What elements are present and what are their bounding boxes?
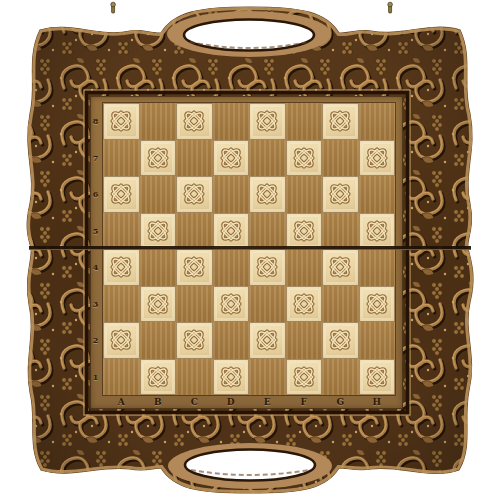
square-a7 [103, 140, 140, 177]
knot-icon [362, 289, 392, 319]
square-a1 [103, 359, 140, 396]
square-d3 [213, 286, 250, 323]
knot-icon [216, 289, 246, 319]
square-g7 [322, 140, 359, 177]
knot-icon [289, 362, 319, 392]
square-g3 [322, 286, 359, 323]
knot-icon [325, 325, 355, 355]
fold-seam [29, 246, 471, 250]
square-g8 [322, 103, 359, 140]
square-a3 [103, 286, 140, 323]
square-a2 [103, 322, 140, 359]
knot-icon [289, 216, 319, 246]
knot-icon [216, 362, 246, 392]
square-c1 [176, 359, 213, 396]
square-e7 [249, 140, 286, 177]
square-b3 [140, 286, 177, 323]
square-c8 [176, 103, 213, 140]
rank-label-5: 5 [89, 213, 102, 250]
square-g5 [322, 213, 359, 250]
knot-icon [325, 106, 355, 136]
square-e2 [249, 322, 286, 359]
square-h6 [359, 176, 396, 213]
knot-icon [143, 216, 173, 246]
square-h1 [359, 359, 396, 396]
knot-icon [216, 143, 246, 173]
square-b8 [140, 103, 177, 140]
square-h5 [359, 213, 396, 250]
square-c2 [176, 322, 213, 359]
square-b6 [140, 176, 177, 213]
file-label-d: D [213, 396, 250, 408]
board-case: 87654321ABCDEFGH [0, 0, 500, 500]
square-e3 [249, 286, 286, 323]
square-f4 [286, 249, 323, 286]
square-h2 [359, 322, 396, 359]
square-f2 [286, 322, 323, 359]
knot-icon [143, 289, 173, 319]
square-b1 [140, 359, 177, 396]
square-d7 [213, 140, 250, 177]
square-d4 [213, 249, 250, 286]
square-h4 [359, 249, 396, 286]
square-f6 [286, 176, 323, 213]
square-a8 [103, 103, 140, 140]
knot-icon [106, 325, 136, 355]
knot-icon [252, 106, 282, 136]
knot-icon [179, 252, 209, 282]
square-f5 [286, 213, 323, 250]
clasp-pin-right [388, 2, 393, 13]
knot-icon [325, 179, 355, 209]
knot-icon [179, 325, 209, 355]
square-g1 [322, 359, 359, 396]
rank-label-3: 3 [89, 286, 102, 323]
square-e8 [249, 103, 286, 140]
square-d6 [213, 176, 250, 213]
square-f7 [286, 140, 323, 177]
knot-icon [179, 106, 209, 136]
knot-icon [143, 143, 173, 173]
square-b4 [140, 249, 177, 286]
clasp-pin-left [111, 2, 116, 13]
square-e6 [249, 176, 286, 213]
knot-icon [289, 143, 319, 173]
square-b2 [140, 322, 177, 359]
knot-icon [362, 143, 392, 173]
knot-icon [252, 325, 282, 355]
square-b5 [140, 213, 177, 250]
square-e1 [249, 359, 286, 396]
square-h8 [359, 103, 396, 140]
knot-icon [289, 289, 319, 319]
file-label-c: C [176, 396, 213, 408]
rank-label-2: 2 [89, 322, 102, 359]
file-label-e: E [249, 396, 286, 408]
rank-label-1: 1 [89, 359, 102, 396]
square-e5 [249, 213, 286, 250]
knot-icon [143, 362, 173, 392]
knot-icon [106, 179, 136, 209]
square-d2 [213, 322, 250, 359]
square-a4 [103, 249, 140, 286]
square-e4 [249, 249, 286, 286]
file-label-g: G [322, 396, 359, 408]
square-h7 [359, 140, 396, 177]
square-a6 [103, 176, 140, 213]
rank-label-4: 4 [89, 249, 102, 286]
top-handle [167, 11, 331, 57]
square-c6 [176, 176, 213, 213]
square-g4 [322, 249, 359, 286]
square-f8 [286, 103, 323, 140]
knot-icon [252, 252, 282, 282]
rank-label-6: 6 [89, 176, 102, 213]
square-c7 [176, 140, 213, 177]
rank-label-8: 8 [89, 103, 102, 140]
square-g6 [322, 176, 359, 213]
square-h3 [359, 286, 396, 323]
square-c4 [176, 249, 213, 286]
knot-icon [325, 252, 355, 282]
file-label-a: A [103, 396, 140, 408]
file-label-b: B [140, 396, 177, 408]
knot-icon [362, 362, 392, 392]
square-a5 [103, 213, 140, 250]
file-label-h: H [359, 396, 396, 408]
knot-icon [362, 216, 392, 246]
square-f1 [286, 359, 323, 396]
square-d1 [213, 359, 250, 396]
rank-label-7: 7 [89, 140, 102, 177]
square-c3 [176, 286, 213, 323]
knot-icon [106, 252, 136, 282]
square-d5 [213, 213, 250, 250]
square-f3 [286, 286, 323, 323]
bottom-handle [168, 443, 332, 489]
square-g2 [322, 322, 359, 359]
knot-icon [252, 179, 282, 209]
square-c5 [176, 213, 213, 250]
knot-icon [179, 179, 209, 209]
knot-icon [106, 106, 136, 136]
file-label-f: F [286, 396, 323, 408]
square-b7 [140, 140, 177, 177]
knot-icon [216, 216, 246, 246]
square-d8 [213, 103, 250, 140]
